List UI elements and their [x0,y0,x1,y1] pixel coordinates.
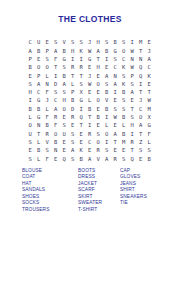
grid-cell[interactable]: N [128,56,137,64]
grid-cell[interactable]: T [69,72,78,80]
grid-cell[interactable]: S [26,80,35,88]
grid-cell[interactable]: S [128,114,137,122]
grid-cell[interactable]: A [94,47,103,55]
grid-cell[interactable]: T [145,89,154,97]
grid-cell[interactable]: L [35,155,44,163]
grid-cell[interactable]: S [137,147,146,155]
word-search-grid: CUESVSSJHSBSIMEABPABHKWABGOWTJPESFGIIGTI… [26,39,154,163]
grid-cell[interactable]: Z [137,139,146,147]
grid-cell[interactable]: B [103,105,112,113]
grid-cell[interactable]: O [103,130,112,138]
grid-cell[interactable]: S [52,89,61,97]
grid-cell[interactable]: G [145,122,154,130]
grid-cell[interactable]: S [69,39,78,47]
grid-cell[interactable]: E [52,155,61,163]
grid-cell[interactable]: O [94,139,103,147]
grid-cell[interactable]: A [137,122,146,130]
grid-cell[interactable]: F [43,114,52,122]
grid-cell[interactable]: C [120,56,129,64]
grid-cell[interactable]: C [137,105,146,113]
grid-cell[interactable]: A [145,56,154,64]
grid-cell[interactable]: F [52,56,61,64]
grid-cell[interactable]: S [69,155,78,163]
grid-cell[interactable]: R [52,114,61,122]
grid-cell[interactable]: B [103,47,112,55]
grid-cell[interactable]: R [43,130,52,138]
word-list-item: TIE [120,200,160,206]
grid-cell[interactable]: B [52,139,61,147]
grid-cell[interactable]: C [86,139,95,147]
grid-cell[interactable]: E [137,155,146,163]
grid-cell[interactable]: S [94,130,103,138]
grid-cell[interactable]: O [137,114,146,122]
grid-cell[interactable]: A [60,80,69,88]
grid-cell[interactable]: S [120,105,129,113]
grid-cell[interactable]: E [145,39,154,47]
grid-cell[interactable]: C [52,97,61,105]
grid-cell[interactable]: G [35,114,44,122]
grid-cell[interactable]: H [69,47,78,55]
grid-cell[interactable]: I [77,56,86,64]
grid-cell[interactable]: H [26,89,35,97]
grid-cell[interactable]: H [94,39,103,47]
grid-cell[interactable]: S [120,155,129,163]
grid-cell[interactable]: G [35,97,44,105]
grid-cell[interactable]: L [26,114,35,122]
grid-cell[interactable]: V [60,39,69,47]
grid-cell[interactable]: E [145,80,154,88]
grid-cell[interactable]: M [145,105,154,113]
grid-cell[interactable]: H [94,64,103,72]
grid-cell[interactable]: A [103,155,112,163]
grid-cell[interactable]: B [69,97,78,105]
grid-cell[interactable]: U [35,39,44,47]
grid-cell[interactable]: I [86,122,95,130]
grid-cell[interactable]: C [35,89,44,97]
grid-cell[interactable]: O [94,97,103,105]
grid-cell[interactable]: B [35,105,44,113]
grid-cell[interactable]: S [103,147,112,155]
grid-cell[interactable]: B [120,89,129,97]
grid-cell[interactable]: A [35,80,44,88]
grid-cell[interactable]: R [111,155,120,163]
grid-cell[interactable]: M [120,139,129,147]
grid-cell[interactable]: P [35,72,44,80]
grid-cell[interactable]: X [145,114,154,122]
grid-cell[interactable]: W [128,47,137,55]
grid-cell[interactable]: B [103,89,112,97]
grid-cell[interactable]: R [86,130,95,138]
grid-cell[interactable]: B [94,114,103,122]
grid-cell[interactable]: E [86,147,95,155]
grid-cell[interactable]: S [77,39,86,47]
grid-cell[interactable]: W [145,97,154,105]
grid-cell[interactable]: A [86,155,95,163]
grid-cell[interactable]: K [120,80,129,88]
grid-cell[interactable]: E [35,56,44,64]
grid-cell[interactable]: L [35,139,44,147]
grid-cell[interactable]: W [128,64,137,72]
grid-cell[interactable]: A [128,89,137,97]
grid-cell[interactable]: E [69,122,78,130]
grid-cell[interactable]: E [26,147,35,155]
grid-cell[interactable]: I [111,89,120,97]
grid-cell[interactable]: U [26,130,35,138]
grid-cell[interactable]: O [43,64,52,72]
grid-cell[interactable]: T [35,130,44,138]
grid-cell[interactable]: K [120,64,129,72]
grid-cell[interactable]: A [52,47,61,55]
grid-cell[interactable]: S [69,130,78,138]
grid-cell[interactable]: G [77,97,86,105]
grid-cell[interactable]: S [120,72,129,80]
grid-cell[interactable]: F [43,155,52,163]
grid-cell[interactable]: L [69,80,78,88]
grid-cell[interactable]: Q [60,155,69,163]
word-list-column: BLOUSECOATHATSANDALSSHOESSOCKSTROUSERS [22,168,78,213]
grid-cell[interactable]: J [86,39,95,47]
grid-cell[interactable]: L [43,105,52,113]
grid-cell[interactable]: I [103,139,112,147]
grid-cell[interactable]: W [111,114,120,122]
grid-cell[interactable]: A [103,72,112,80]
grid-cell[interactable]: N [43,80,52,88]
word-list-item: TROUSERS [22,207,78,213]
grid-cell[interactable]: O [60,105,69,113]
grid-cell[interactable]: W [86,47,95,55]
grid-cell[interactable]: B [35,47,44,55]
grid-cell[interactable]: F [43,89,52,97]
grid-cell[interactable]: E [60,114,69,122]
grid-cell[interactable]: S [120,97,129,105]
grid-cell[interactable]: S [120,39,129,47]
grid-cell[interactable]: H [60,97,69,105]
grid-cell[interactable]: X [77,89,86,97]
grid-cell[interactable]: P [128,72,137,80]
grid-cell[interactable]: W [86,80,95,88]
grid-cell[interactable]: S [145,147,154,155]
grid-cell[interactable]: B [86,105,95,113]
grid-cell[interactable]: E [94,89,103,97]
grid-cell[interactable]: I [52,72,61,80]
grid-cell[interactable]: B [43,122,52,130]
grid-cell[interactable]: S [43,147,52,155]
grid-cell[interactable]: E [26,72,35,80]
grid-cell[interactable]: V [103,97,112,105]
grid-cell[interactable]: C [26,39,35,47]
grid-cell[interactable]: L [43,72,52,80]
grid-cell[interactable]: B [111,39,120,47]
grid-cell[interactable]: L [145,139,154,147]
grid-cell[interactable]: B [26,64,35,72]
grid-cell[interactable]: R [128,139,137,147]
grid-cell[interactable]: T [137,130,146,138]
grid-cell[interactable]: I [69,56,78,64]
grid-cell[interactable]: S [26,155,35,163]
grid-cell[interactable]: L [103,122,112,130]
grid-cell[interactable]: J [137,97,146,105]
grid-cell[interactable]: E [111,97,120,105]
grid-cell[interactable]: E [128,97,137,105]
grid-cell[interactable]: K [77,47,86,55]
grid-cell[interactable]: S [26,139,35,147]
grid-cell[interactable]: G [111,47,120,55]
grid-cell[interactable]: S [103,80,112,88]
grid-cell[interactable]: O [26,122,35,130]
word-list: BLOUSECOATHATSANDALSSHOESSOCKSTROUSERSBO… [22,168,160,213]
puzzle-title: THE CLOTHES [0,14,180,24]
grid-cell[interactable]: E [94,122,103,130]
grid-cell[interactable]: T [52,64,61,72]
grid-cell[interactable]: T [137,89,146,97]
grid-cell[interactable]: E [77,139,86,147]
grid-cell[interactable]: V [94,155,103,163]
grid-cell[interactable]: S [103,39,112,47]
grid-cell[interactable]: I [137,80,146,88]
grid-cell[interactable]: B [145,155,154,163]
grid-cell[interactable]: S [128,80,137,88]
grid-cell[interactable]: P [69,89,78,97]
grid-cell[interactable]: T [128,147,137,155]
grid-cell[interactable]: S [111,105,120,113]
grid-cell[interactable]: E [43,39,52,47]
grid-cell[interactable]: B [35,147,44,155]
grid-cell[interactable]: I [77,105,86,113]
grid-cell[interactable]: B [120,114,129,122]
grid-cell[interactable]: F [52,122,61,130]
grid-cell[interactable]: V [43,139,52,147]
grid-cell[interactable]: B [60,47,69,55]
word-list-column: CAPGLOVESJEANSSHIRTSNEAKERSTIE [120,168,160,207]
grid-cell[interactable]: T [77,122,86,130]
grid-cell[interactable]: S [52,39,61,47]
grid-cell[interactable]: P [43,47,52,55]
grid-cell[interactable]: U [60,130,69,138]
grid-cell[interactable]: M [137,39,146,47]
grid-cell[interactable]: G [86,56,95,64]
grid-cell[interactable]: E [111,122,120,130]
grid-cell[interactable]: I [26,97,35,105]
grid-cell[interactable]: E [60,139,69,147]
grid-cell[interactable]: K [77,147,86,155]
grid-cell[interactable]: R [69,114,78,122]
grid-cell[interactable]: D [52,80,61,88]
grid-cell[interactable]: B [120,130,129,138]
grid-cell[interactable]: J [86,72,95,80]
grid-cell[interactable]: I [128,39,137,47]
grid-cell[interactable]: R [77,64,86,72]
grid-cell[interactable]: N [52,147,61,155]
grid-cell[interactable]: T [137,47,146,55]
grid-cell[interactable]: S [43,56,52,64]
word-list-item: T-SHIRT [78,207,120,213]
grid-cell[interactable]: L [86,97,95,105]
grid-cell[interactable]: O [35,64,44,72]
grid-cell[interactable]: S [60,64,69,72]
grid-cell[interactable]: K [145,72,154,80]
word-list-column: BOOTSDRESSJACKETSCARFSKIRTSWEATERT-SHIRT [78,168,120,213]
grid-cell[interactable]: R [94,147,103,155]
grid-cell[interactable]: Q [77,114,86,122]
grid-cell[interactable]: E [77,130,86,138]
grid-cell[interactable]: T [86,114,95,122]
grid-cell[interactable]: O [94,80,103,88]
grid-cell[interactable]: A [52,105,61,113]
grid-cell[interactable]: T [111,139,120,147]
grid-cell[interactable]: B [60,72,69,80]
grid-cell[interactable]: G [60,56,69,64]
grid-cell[interactable]: S [60,122,69,130]
grid-cell[interactable]: J [145,47,154,55]
grid-cell[interactable]: B [77,155,86,163]
grid-cell[interactable]: T [94,56,103,64]
grid-cell[interactable]: A [111,130,120,138]
grid-cell[interactable]: F [145,130,154,138]
grid-cell[interactable]: Q [137,72,146,80]
grid-cell[interactable]: A [111,80,120,88]
grid-cell[interactable]: O [52,130,61,138]
grid-cell[interactable]: B [26,105,35,113]
grid-cell[interactable]: C [145,64,154,72]
grid-cell[interactable]: A [26,47,35,55]
grid-cell[interactable]: R [69,64,78,72]
grid-cell[interactable]: D [69,105,78,113]
grid-cell[interactable]: E [60,147,69,155]
grid-cell[interactable]: O [120,47,129,55]
grid-cell[interactable]: E [120,147,129,155]
grid-cell[interactable]: E [103,64,112,72]
grid-cell[interactable]: J [43,97,52,105]
grid-cell[interactable]: T [128,105,137,113]
grid-cell[interactable]: Q [137,64,146,72]
grid-cell[interactable]: E [86,89,95,97]
grid-cell[interactable]: C [111,64,120,72]
grid-cell[interactable]: E [94,72,103,80]
grid-cell[interactable]: L [120,122,129,130]
grid-cell[interactable]: E [94,105,103,113]
grid-cell[interactable]: H [128,122,137,130]
grid-cell[interactable]: A [69,147,78,155]
grid-cell[interactable]: S [111,56,120,64]
grid-cell[interactable]: I [103,56,112,64]
grid-cell[interactable]: N [35,122,44,130]
grid-cell[interactable]: E [111,147,120,155]
worksheet-page: THE CLOTHES CUESVSSJHSBSIMEABPABHKWABGOW… [0,0,180,298]
grid-cell[interactable]: S [77,80,86,88]
grid-cell[interactable]: E [86,64,95,72]
grid-cell[interactable]: I [103,114,112,122]
grid-cell[interactable]: I [128,130,137,138]
grid-cell[interactable]: T [77,72,86,80]
grid-cell[interactable]: S [69,139,78,147]
grid-cell[interactable]: Q [128,155,137,163]
grid-cell[interactable]: S [60,89,69,97]
grid-cell[interactable]: N [137,56,146,64]
grid-cell[interactable]: P [26,56,35,64]
grid-cell[interactable]: N [111,72,120,80]
